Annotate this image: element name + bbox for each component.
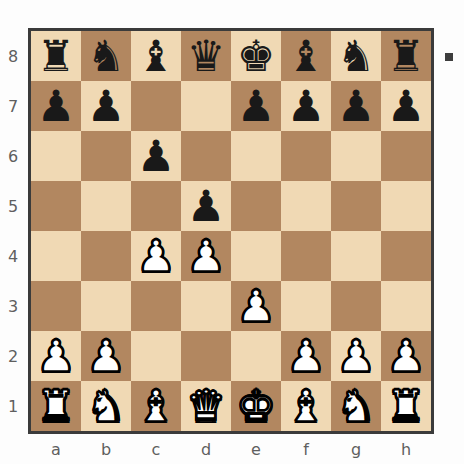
chess-board[interactable]: ♜♞♝♛♚♝♞♜♟♟♟♟♟♟♟♟♟♟♟♟♟♟♟♟♜♞♝♛♚♝♞♜: [28, 28, 434, 434]
square-b1[interactable]: ♞: [81, 381, 131, 431]
piece-white-queen-d1[interactable]: ♛: [187, 381, 226, 431]
square-g8[interactable]: ♞: [331, 31, 381, 81]
square-b3[interactable]: [81, 281, 131, 331]
piece-white-bishop-c1[interactable]: ♝: [137, 381, 176, 431]
square-b2[interactable]: ♟: [81, 331, 131, 381]
square-f1[interactable]: ♝: [281, 381, 331, 431]
chess-game-panel: ♜♞♝♛♚♝♞♜♟♟♟♟♟♟♟♟♟♟♟♟♟♟♟♟♜♞♝♛♚♝♞♜ 8765432…: [0, 0, 464, 464]
square-d5[interactable]: ♟: [181, 181, 231, 231]
square-d4[interactable]: ♟: [181, 231, 231, 281]
square-b4[interactable]: [81, 231, 131, 281]
piece-white-knight-b1[interactable]: ♞: [87, 381, 126, 431]
rank-label-1: 1: [0, 381, 26, 431]
square-g3[interactable]: [331, 281, 381, 331]
square-h4[interactable]: [381, 231, 431, 281]
square-e2[interactable]: [231, 331, 281, 381]
piece-white-rook-a1[interactable]: ♜: [37, 381, 76, 431]
piece-white-pawn-b2[interactable]: ♟: [87, 331, 126, 381]
square-a6[interactable]: [31, 131, 81, 181]
square-e7[interactable]: ♟: [231, 81, 281, 131]
piece-white-bishop-f1[interactable]: ♝: [287, 381, 326, 431]
square-d2[interactable]: [181, 331, 231, 381]
rank-label-2: 2: [0, 331, 26, 381]
square-c1[interactable]: ♝: [131, 381, 181, 431]
square-c4[interactable]: ♟: [131, 231, 181, 281]
square-e6[interactable]: [231, 131, 281, 181]
square-e8[interactable]: ♚: [231, 31, 281, 81]
square-c6[interactable]: ♟: [131, 131, 181, 181]
square-a5[interactable]: [31, 181, 81, 231]
square-c8[interactable]: ♝: [131, 31, 181, 81]
square-f6[interactable]: [281, 131, 331, 181]
piece-black-pawn-a7[interactable]: ♟: [37, 81, 76, 131]
file-label-f: f: [281, 437, 331, 461]
square-e4[interactable]: [231, 231, 281, 281]
rank-label-3: 3: [0, 281, 26, 331]
square-e1[interactable]: ♚: [231, 381, 281, 431]
piece-black-pawn-e7[interactable]: ♟: [237, 81, 276, 131]
piece-black-pawn-d5[interactable]: ♟: [187, 181, 226, 231]
square-h1[interactable]: ♜: [381, 381, 431, 431]
rank-label-7: 7: [0, 81, 26, 131]
square-c3[interactable]: [131, 281, 181, 331]
square-a1[interactable]: ♜: [31, 381, 81, 431]
piece-black-rook-a8[interactable]: ♜: [37, 31, 76, 81]
rank-label-4: 4: [0, 231, 26, 281]
square-h2[interactable]: ♟: [381, 331, 431, 381]
square-a7[interactable]: ♟: [31, 81, 81, 131]
square-h7[interactable]: ♟: [381, 81, 431, 131]
square-a8[interactable]: ♜: [31, 31, 81, 81]
square-e5[interactable]: [231, 181, 281, 231]
square-h8[interactable]: ♜: [381, 31, 431, 81]
square-g4[interactable]: [331, 231, 381, 281]
piece-black-queen-d8[interactable]: ♛: [187, 31, 226, 81]
file-label-h: h: [381, 437, 431, 461]
turn-indicator-black-to-move: [445, 53, 453, 61]
square-d7[interactable]: [181, 81, 231, 131]
square-g6[interactable]: [331, 131, 381, 181]
square-g7[interactable]: ♟: [331, 81, 381, 131]
square-d6[interactable]: [181, 131, 231, 181]
square-f4[interactable]: [281, 231, 331, 281]
rank-label-6: 6: [0, 131, 26, 181]
file-label-d: d: [181, 437, 231, 461]
piece-black-pawn-c6[interactable]: ♟: [137, 131, 176, 181]
square-e3[interactable]: ♟: [231, 281, 281, 331]
square-f5[interactable]: [281, 181, 331, 231]
piece-white-pawn-a2[interactable]: ♟: [37, 331, 76, 381]
piece-black-rook-h8[interactable]: ♜: [387, 31, 426, 81]
square-g2[interactable]: ♟: [331, 331, 381, 381]
piece-black-knight-g8[interactable]: ♞: [337, 31, 376, 81]
square-h5[interactable]: [381, 181, 431, 231]
file-label-e: e: [231, 437, 281, 461]
square-a2[interactable]: ♟: [31, 331, 81, 381]
piece-white-rook-h1[interactable]: ♜: [387, 381, 426, 431]
square-f2[interactable]: ♟: [281, 331, 331, 381]
square-h6[interactable]: [381, 131, 431, 181]
piece-white-pawn-g2[interactable]: ♟: [337, 331, 376, 381]
square-f8[interactable]: ♝: [281, 31, 331, 81]
square-d3[interactable]: [181, 281, 231, 331]
square-f7[interactable]: ♟: [281, 81, 331, 131]
square-c5[interactable]: [131, 181, 181, 231]
file-label-c: c: [131, 437, 181, 461]
piece-white-pawn-h2[interactable]: ♟: [387, 331, 426, 381]
square-b7[interactable]: ♟: [81, 81, 131, 131]
piece-black-pawn-h7[interactable]: ♟: [387, 81, 426, 131]
square-a4[interactable]: [31, 231, 81, 281]
square-b5[interactable]: [81, 181, 131, 231]
rank-label-8: 8: [0, 31, 26, 81]
file-label-a: a: [31, 437, 81, 461]
square-b8[interactable]: ♞: [81, 31, 131, 81]
piece-black-bishop-c8[interactable]: ♝: [137, 31, 176, 81]
square-c7[interactable]: [131, 81, 181, 131]
piece-black-pawn-f7[interactable]: ♟: [287, 81, 326, 131]
rank-label-5: 5: [0, 181, 26, 231]
square-b6[interactable]: [81, 131, 131, 181]
piece-black-knight-b8[interactable]: ♞: [87, 31, 126, 81]
file-label-g: g: [331, 437, 381, 461]
piece-black-bishop-f8[interactable]: ♝: [287, 31, 326, 81]
square-a3[interactable]: [31, 281, 81, 331]
piece-white-pawn-e3[interactable]: ♟: [237, 281, 276, 331]
piece-white-pawn-d4[interactable]: ♟: [187, 231, 226, 281]
square-g5[interactable]: [331, 181, 381, 231]
piece-black-pawn-g7[interactable]: ♟: [337, 81, 376, 131]
square-c2[interactable]: [131, 331, 181, 381]
square-g1[interactable]: ♞: [331, 381, 381, 431]
file-label-b: b: [81, 437, 131, 461]
piece-white-knight-g1[interactable]: ♞: [337, 381, 376, 431]
square-h3[interactable]: [381, 281, 431, 331]
piece-white-pawn-f2[interactable]: ♟: [287, 331, 326, 381]
square-d1[interactable]: ♛: [181, 381, 231, 431]
piece-white-king-e1[interactable]: ♚: [237, 381, 276, 431]
square-d8[interactable]: ♛: [181, 31, 231, 81]
piece-black-pawn-b7[interactable]: ♟: [87, 81, 126, 131]
piece-black-king-e8[interactable]: ♚: [237, 31, 276, 81]
square-f3[interactable]: [281, 281, 331, 331]
piece-white-pawn-c4[interactable]: ♟: [137, 231, 176, 281]
